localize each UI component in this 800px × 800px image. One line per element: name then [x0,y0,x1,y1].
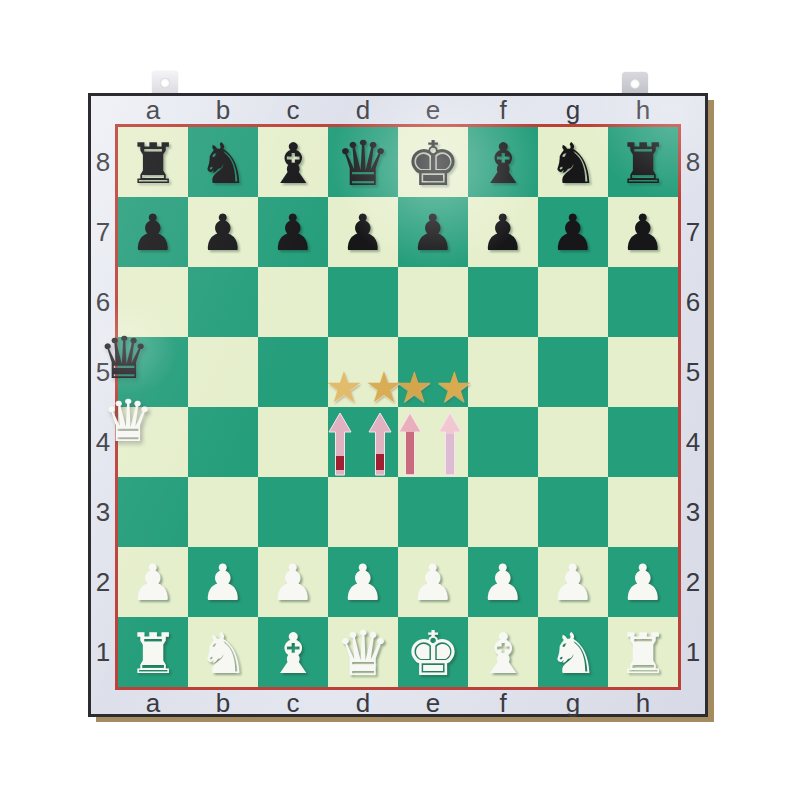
piece-black-bishop-f8[interactable]: ♝ [468,127,538,197]
square-g1[interactable]: ♞ [538,617,608,687]
rank-label-left-7: 7 [91,197,115,267]
piece-black-queen-d8[interactable]: ♛ [328,127,398,197]
piece-white-pawn-b2[interactable]: ♟ [188,547,258,617]
piece-white-knight-b1[interactable]: ♞ [188,617,258,687]
piece-white-bishop-c1[interactable]: ♝ [258,617,328,687]
file-label-bottom-c: c [258,690,328,714]
file-label-top-f: f [468,96,538,124]
square-f3[interactable] [468,477,538,547]
file-label-top-b: b [188,96,258,124]
square-c7[interactable]: ♟ [258,197,328,267]
square-h6[interactable] [608,267,678,337]
square-f6[interactable] [468,267,538,337]
square-h4[interactable] [608,407,678,477]
square-g6[interactable] [538,267,608,337]
side-piece-black-queen[interactable]: ♛ [92,325,156,389]
piece-white-pawn-e2[interactable]: ♟ [398,547,468,617]
piece-black-pawn-g7[interactable]: ♟ [538,197,608,267]
rank-label-left-8: 8 [91,127,115,197]
piece-black-knight-g8[interactable]: ♞ [538,127,608,197]
square-f7[interactable]: ♟ [468,197,538,267]
file-label-top-e: e [398,96,468,124]
piece-black-rook-a8[interactable]: ♜ [118,127,188,197]
square-g2[interactable]: ♟ [538,547,608,617]
square-b6[interactable] [188,267,258,337]
square-e1[interactable]: ♚ [398,617,468,687]
star-icon-e5-0[interactable]: ★ [392,364,436,408]
piece-white-queen-d1[interactable]: ♛ [328,617,398,687]
piece-black-pawn-a7[interactable]: ♟ [118,197,188,267]
piece-black-pawn-e7[interactable]: ♟ [398,197,468,267]
arrow-up-icon-e4-0[interactable] [397,412,423,476]
square-d8[interactable]: ♛ [328,127,398,197]
square-d1[interactable]: ♛ [328,617,398,687]
rank-label-right-2: 2 [681,547,705,617]
file-labels-top: abcdefgh [91,96,705,124]
rank-label-right-6: 6 [681,267,705,337]
piece-white-knight-g1[interactable]: ♞ [538,617,608,687]
piece-black-bishop-c8[interactable]: ♝ [258,127,328,197]
arrow-up-icon-e4-1[interactable] [437,412,463,476]
square-h1[interactable]: ♜ [608,617,678,687]
square-g7[interactable]: ♟ [538,197,608,267]
piece-white-rook-h1[interactable]: ♜ [608,617,678,687]
square-h5[interactable] [608,337,678,407]
piece-white-king-e1[interactable]: ♚ [398,617,468,687]
square-b5[interactable] [188,337,258,407]
star-icon-e5-1[interactable]: ★ [432,364,476,408]
file-label-top-h: h [608,96,678,124]
demonstration-chessboard: abcdefgh 87654321 ♜♞♝♛♚♝♞♜♟♟♟♟♟♟♟♟♟♟♟♟♟♟… [88,93,708,717]
piece-white-pawn-a2[interactable]: ♟ [118,547,188,617]
square-c3[interactable] [258,477,328,547]
piece-white-pawn-c2[interactable]: ♟ [258,547,328,617]
piece-white-pawn-f2[interactable]: ♟ [468,547,538,617]
piece-white-pawn-d2[interactable]: ♟ [328,547,398,617]
square-b2[interactable]: ♟ [188,547,258,617]
square-c1[interactable]: ♝ [258,617,328,687]
piece-black-pawn-c7[interactable]: ♟ [258,197,328,267]
square-h8[interactable]: ♜ [608,127,678,197]
square-g3[interactable] [538,477,608,547]
piece-black-king-e8[interactable]: ♚ [398,127,468,197]
piece-black-pawn-b7[interactable]: ♟ [188,197,258,267]
piece-white-pawn-g2[interactable]: ♟ [538,547,608,617]
file-label-bottom-d: d [328,690,398,714]
piece-black-rook-h8[interactable]: ♜ [608,127,678,197]
arrow-up-icon-d4-1[interactable] [367,412,393,476]
arrow-up-icon-d4-0[interactable] [327,412,353,476]
file-labels-bottom: abcdefgh [91,690,705,714]
file-label-bottom-f: f [468,690,538,714]
square-f1[interactable]: ♝ [468,617,538,687]
file-label-bottom-g: g [538,690,608,714]
square-a8[interactable]: ♜ [118,127,188,197]
piece-black-pawn-f7[interactable]: ♟ [468,197,538,267]
square-f5[interactable] [468,337,538,407]
square-h3[interactable] [608,477,678,547]
playing-area: ♜♞♝♛♚♝♞♜♟♟♟♟♟♟♟♟♟♟♟♟♟♟♟♟♜♞♝♛♚♝♞♜★★★★ [115,124,681,690]
rank-labels-right: 87654321 [681,124,705,690]
rank-label-right-4: 4 [681,407,705,477]
square-h7[interactable]: ♟ [608,197,678,267]
piece-white-pawn-h2[interactable]: ♟ [608,547,678,617]
square-e2[interactable]: ♟ [398,547,468,617]
rank-label-left-2: 2 [91,547,115,617]
file-label-top-a: a [118,96,188,124]
file-label-top-d: d [328,96,398,124]
piece-white-rook-a1[interactable]: ♜ [118,617,188,687]
piece-white-bishop-f1[interactable]: ♝ [468,617,538,687]
square-c4[interactable] [258,407,328,477]
square-a2[interactable]: ♟ [118,547,188,617]
square-d3[interactable] [328,477,398,547]
file-label-bottom-e: e [398,690,468,714]
square-f2[interactable]: ♟ [468,547,538,617]
square-g8[interactable]: ♞ [538,127,608,197]
file-label-bottom-a: a [118,690,188,714]
file-label-bottom-b: b [188,690,258,714]
rank-label-right-8: 8 [681,127,705,197]
square-c2[interactable]: ♟ [258,547,328,617]
piece-black-knight-b8[interactable]: ♞ [188,127,258,197]
square-a1[interactable]: ♜ [118,617,188,687]
square-d6[interactable] [328,267,398,337]
square-g5[interactable] [538,337,608,407]
square-e3[interactable] [398,477,468,547]
file-label-top-g: g [538,96,608,124]
square-g4[interactable] [538,407,608,477]
square-d7[interactable]: ♟ [328,197,398,267]
rank-label-right-7: 7 [681,197,705,267]
rank-label-right-3: 3 [681,477,705,547]
piece-black-pawn-h7[interactable]: ♟ [608,197,678,267]
side-piece-white-queen[interactable]: ♛ [96,388,160,452]
piece-black-pawn-d7[interactable]: ♟ [328,197,398,267]
square-f4[interactable] [468,407,538,477]
square-c5[interactable] [258,337,328,407]
rank-label-left-3: 3 [91,477,115,547]
square-c6[interactable] [258,267,328,337]
square-b3[interactable] [188,477,258,547]
square-e7[interactable]: ♟ [398,197,468,267]
square-h2[interactable]: ♟ [608,547,678,617]
star-icon-d5-0[interactable]: ★ [322,364,366,408]
square-d2[interactable]: ♟ [328,547,398,617]
square-a7[interactable]: ♟ [118,197,188,267]
square-f8[interactable]: ♝ [468,127,538,197]
square-b7[interactable]: ♟ [188,197,258,267]
file-label-bottom-h: h [608,690,678,714]
square-b4[interactable] [188,407,258,477]
square-a3[interactable] [118,477,188,547]
tab-hole-icon [630,79,640,89]
square-e8[interactable]: ♚ [398,127,468,197]
square-b8[interactable]: ♞ [188,127,258,197]
square-b1[interactable]: ♞ [188,617,258,687]
rank-label-left-1: 1 [91,617,115,687]
file-label-top-c: c [258,96,328,124]
rank-label-right-1: 1 [681,617,705,687]
square-c8[interactable]: ♝ [258,127,328,197]
rank-label-right-5: 5 [681,337,705,407]
tab-hole-icon [160,78,170,88]
square-e6[interactable] [398,267,468,337]
